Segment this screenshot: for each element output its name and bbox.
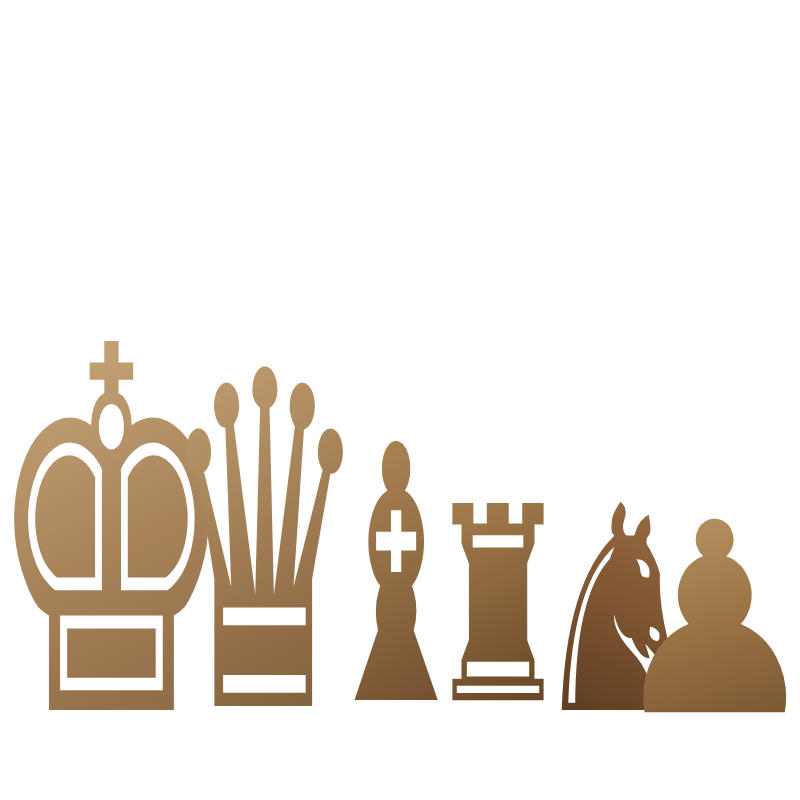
pawn-glyph: ♟: [608, 488, 800, 753]
chess-pieces-photo: ♚ ♛ ♝ ♜ ♞ ♟: [0, 0, 800, 800]
